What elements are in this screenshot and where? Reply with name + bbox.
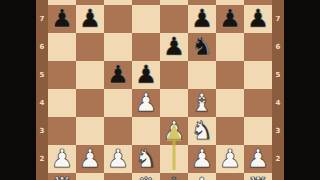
square-g7[interactable]: ♟ — [216, 5, 244, 33]
piece-white-knight-f3: ♞ — [188, 116, 216, 144]
piece-black-rook-a8: ♜ — [48, 0, 76, 4]
piece-black-pawn-a7: ♟ — [48, 4, 76, 32]
piece-black-pawn-h7: ♟ — [244, 4, 272, 32]
square-a4[interactable] — [48, 89, 76, 117]
square-h1[interactable]: ♜ — [244, 173, 272, 180]
rank-label-2: 2 — [36, 155, 48, 163]
square-g5[interactable] — [216, 61, 244, 89]
rank-label-7: 7 — [272, 15, 284, 23]
square-e7[interactable] — [160, 5, 188, 33]
video-frame: 765432 ♜♞♝♛♚♝♜♟♟♟♟♟♟♞♟♟♟♝♟♞♟♟♟♞♟♟♟♜♛♚♝♜ … — [0, 0, 320, 180]
rank-label-3: 3 — [36, 127, 48, 135]
square-g1[interactable] — [216, 173, 244, 180]
square-a7[interactable]: ♟ — [48, 5, 76, 33]
square-h3[interactable] — [244, 117, 272, 145]
square-b4[interactable] — [76, 89, 104, 117]
rank-labels-right: 765432 — [272, 0, 284, 180]
square-e6[interactable]: ♟ — [160, 33, 188, 61]
square-f2[interactable]: ♟ — [188, 145, 216, 173]
square-h2[interactable]: ♟ — [244, 145, 272, 173]
square-a5[interactable] — [48, 61, 76, 89]
square-a3[interactable] — [48, 117, 76, 145]
piece-white-king-e1: ♚ — [160, 172, 188, 180]
piece-white-pawn-f2: ♟ — [188, 144, 216, 172]
square-g2[interactable]: ♟ — [216, 145, 244, 173]
piece-white-bishop-f1: ♝ — [188, 172, 216, 180]
square-e1[interactable]: ♚ — [160, 173, 188, 180]
piece-white-rook-h1: ♜ — [244, 172, 272, 180]
piece-black-bishop-c8: ♝ — [104, 0, 132, 4]
square-c7[interactable] — [104, 5, 132, 33]
square-g3[interactable] — [216, 117, 244, 145]
square-b5[interactable] — [76, 61, 104, 89]
square-f4[interactable]: ♝ — [188, 89, 216, 117]
piece-white-pawn-c2: ♟ — [104, 144, 132, 172]
piece-white-pawn-h2: ♟ — [244, 144, 272, 172]
square-f6[interactable]: ♞ — [188, 33, 216, 61]
square-d4[interactable]: ♟ — [132, 89, 160, 117]
piece-white-pawn-e3: ♟ — [160, 116, 188, 144]
piece-black-bishop-f8: ♝ — [188, 0, 216, 4]
rank-label-5: 5 — [272, 71, 284, 79]
piece-white-pawn-b2: ♟ — [76, 144, 104, 172]
square-b2[interactable]: ♟ — [76, 145, 104, 173]
square-g4[interactable] — [216, 89, 244, 117]
square-c6[interactable] — [104, 33, 132, 61]
square-f1[interactable]: ♝ — [188, 173, 216, 180]
square-h4[interactable] — [244, 89, 272, 117]
square-b7[interactable]: ♟ — [76, 5, 104, 33]
square-d3[interactable] — [132, 117, 160, 145]
square-b3[interactable] — [76, 117, 104, 145]
square-h6[interactable] — [244, 33, 272, 61]
square-f5[interactable] — [188, 61, 216, 89]
square-h5[interactable] — [244, 61, 272, 89]
piece-white-queen-d1: ♛ — [132, 172, 160, 180]
piece-black-queen-d8: ♛ — [132, 0, 160, 4]
square-b1[interactable] — [76, 173, 104, 180]
square-a6[interactable] — [48, 33, 76, 61]
piece-black-pawn-e6: ♟ — [160, 32, 188, 60]
square-e2[interactable] — [160, 145, 188, 173]
square-d6[interactable] — [132, 33, 160, 61]
rank-label-2: 2 — [272, 155, 284, 163]
square-c4[interactable] — [104, 89, 132, 117]
rank-label-6: 6 — [272, 43, 284, 51]
piece-black-knight-b8: ♞ — [76, 0, 104, 4]
rank-label-6: 6 — [36, 43, 48, 51]
square-b6[interactable] — [76, 33, 104, 61]
square-e3[interactable]: ♟ — [160, 117, 188, 145]
square-f3[interactable]: ♞ — [188, 117, 216, 145]
square-d2[interactable]: ♞ — [132, 145, 160, 173]
square-d1[interactable]: ♛ — [132, 173, 160, 180]
piece-white-bishop-f4: ♝ — [188, 88, 216, 116]
square-c1[interactable] — [104, 173, 132, 180]
rank-labels-left: 765432 — [36, 0, 48, 180]
rank-label-5: 5 — [36, 71, 48, 79]
rank-label-3: 3 — [272, 127, 284, 135]
piece-white-pawn-d4: ♟ — [132, 88, 160, 116]
square-c2[interactable]: ♟ — [104, 145, 132, 173]
square-a2[interactable]: ♟ — [48, 145, 76, 173]
piece-black-pawn-d5: ♟ — [132, 60, 160, 88]
rank-label-7: 7 — [36, 15, 48, 23]
square-d5[interactable]: ♟ — [132, 61, 160, 89]
piece-white-pawn-g2: ♟ — [216, 144, 244, 172]
piece-white-rook-a1: ♜ — [48, 172, 76, 180]
piece-black-knight-f6: ♞ — [188, 32, 216, 60]
piece-black-pawn-g7: ♟ — [216, 4, 244, 32]
piece-white-pawn-a2: ♟ — [48, 144, 76, 172]
piece-white-knight-d2: ♞ — [132, 144, 160, 172]
rank-label-4: 4 — [36, 99, 48, 107]
piece-black-pawn-c5: ♟ — [104, 60, 132, 88]
square-g6[interactable] — [216, 33, 244, 61]
square-c5[interactable]: ♟ — [104, 61, 132, 89]
square-e4[interactable] — [160, 89, 188, 117]
rank-label-4: 4 — [272, 99, 284, 107]
chess-board: ♜♞♝♛♚♝♜♟♟♟♟♟♟♞♟♟♟♝♟♞♟♟♟♞♟♟♟♜♛♚♝♜ — [48, 0, 272, 180]
square-c3[interactable] — [104, 117, 132, 145]
square-f7[interactable]: ♟ — [188, 5, 216, 33]
piece-black-rook-h8: ♜ — [244, 0, 272, 4]
square-e5[interactable] — [160, 61, 188, 89]
square-d7[interactable] — [132, 5, 160, 33]
piece-black-pawn-f7: ♟ — [188, 4, 216, 32]
square-a1[interactable]: ♜ — [48, 173, 76, 180]
piece-black-pawn-b7: ♟ — [76, 4, 104, 32]
square-h7[interactable]: ♟ — [244, 5, 272, 33]
piece-black-king-e8: ♚ — [160, 0, 188, 4]
